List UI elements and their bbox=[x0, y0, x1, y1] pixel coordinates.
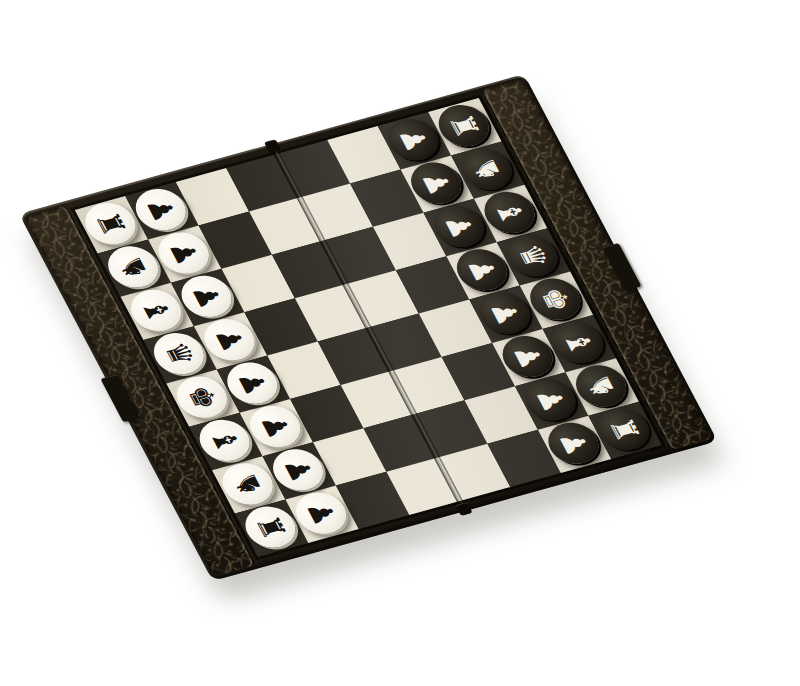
pawn-glyph-icon: ♟ bbox=[232, 368, 273, 399]
bishop-glyph-icon: ♝ bbox=[489, 197, 530, 228]
knight-glyph-icon: ♞ bbox=[581, 371, 622, 402]
king-glyph-icon: ♚ bbox=[181, 382, 222, 413]
pawn-glyph-icon: ♟ bbox=[393, 124, 434, 155]
bishop-glyph-icon: ♝ bbox=[136, 295, 177, 326]
knight-glyph-icon: ♞ bbox=[113, 252, 154, 283]
pawn-glyph-icon: ♟ bbox=[484, 298, 525, 329]
pawn-glyph-icon: ♟ bbox=[416, 168, 457, 199]
knight-glyph-icon: ♞ bbox=[227, 469, 268, 500]
pawn-glyph-icon: ♟ bbox=[530, 385, 571, 416]
pawn-glyph-icon: ♟ bbox=[507, 341, 548, 372]
pawn-glyph-icon: ♟ bbox=[186, 281, 227, 312]
rook-glyph-icon: ♜ bbox=[443, 110, 484, 141]
product-photo-scene: ♜♟♟♜♞♟♟♞♝♟♟♝♛♟♟♛♚♟♟♚♝♟♟♝♞♟♟♞♜♟♟♜ bbox=[0, 0, 800, 686]
pawn-glyph-icon: ♟ bbox=[209, 324, 250, 355]
pawn-glyph-icon: ♟ bbox=[255, 411, 296, 442]
bishop-glyph-icon: ♝ bbox=[204, 425, 245, 456]
pawn-glyph-icon: ♟ bbox=[163, 238, 204, 269]
rook-glyph-icon: ♜ bbox=[90, 208, 131, 239]
queen-glyph-icon: ♛ bbox=[512, 241, 553, 272]
pawn-glyph-icon: ♟ bbox=[300, 498, 341, 529]
queen-glyph-icon: ♛ bbox=[158, 338, 199, 369]
pawn-glyph-icon: ♟ bbox=[439, 211, 480, 242]
king-glyph-icon: ♚ bbox=[535, 284, 576, 315]
knight-glyph-icon: ♞ bbox=[466, 154, 507, 185]
bishop-glyph-icon: ♝ bbox=[558, 327, 599, 358]
rook-glyph-icon: ♜ bbox=[603, 414, 644, 445]
pawn-glyph-icon: ♟ bbox=[553, 428, 594, 459]
pawn-glyph-icon: ♟ bbox=[278, 455, 319, 486]
pawn-glyph-icon: ♟ bbox=[461, 255, 502, 286]
rook-glyph-icon: ♜ bbox=[250, 512, 291, 543]
chess-wallet-case: ♜♟♟♜♞♟♟♞♝♟♟♝♛♟♟♛♚♟♟♚♝♟♟♝♞♟♟♞♜♟♟♜ bbox=[19, 74, 718, 581]
pawn-glyph-icon: ♟ bbox=[140, 194, 181, 225]
